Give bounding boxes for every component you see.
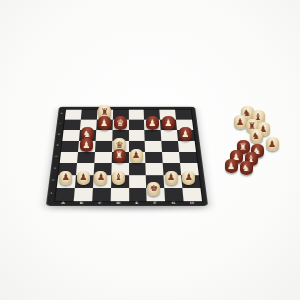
rank-label-1: 1 bbox=[47, 187, 56, 200]
square-b4[interactable] bbox=[77, 152, 95, 164]
square-f4[interactable] bbox=[145, 152, 163, 164]
file-label-d: D bbox=[109, 202, 127, 205]
rank-label-8: 8 bbox=[57, 109, 65, 119]
piece-black-pawn-g7[interactable]: ♟ bbox=[162, 116, 175, 130]
square-e1[interactable] bbox=[129, 188, 147, 201]
piece-white-pawn-h2[interactable]: ♟ bbox=[182, 171, 195, 185]
square-f6[interactable] bbox=[145, 130, 162, 141]
file-label-e: E bbox=[128, 202, 146, 205]
piece-black-pawn-h6[interactable]: ♟ bbox=[179, 127, 192, 141]
rank-label-7: 7 bbox=[56, 119, 64, 129]
square-c5[interactable] bbox=[95, 141, 112, 152]
square-c1[interactable] bbox=[92, 188, 111, 201]
square-a1[interactable] bbox=[55, 188, 75, 201]
file-label-h: H bbox=[183, 202, 202, 205]
rank-label-2: 2 bbox=[48, 175, 57, 188]
square-b8[interactable] bbox=[81, 110, 97, 120]
square-g5[interactable] bbox=[162, 141, 180, 152]
board-grid bbox=[54, 109, 203, 202]
piece-black-pawn-captured-5[interactable]: ♟ bbox=[225, 159, 238, 173]
square-e6[interactable] bbox=[128, 130, 145, 141]
piece-black-pawn-c7[interactable]: ♟ bbox=[98, 116, 111, 130]
square-h5[interactable] bbox=[178, 141, 196, 152]
piece-white-pawn-e4[interactable]: ♟ bbox=[130, 149, 143, 163]
square-c6[interactable] bbox=[95, 130, 112, 141]
file-label-c: C bbox=[91, 202, 110, 205]
piece-white-bishop-d2[interactable]: ♝ bbox=[112, 171, 125, 185]
piece-black-rook-d4[interactable]: ♜ bbox=[113, 149, 126, 163]
rank-label-6: 6 bbox=[55, 129, 63, 140]
square-a8[interactable] bbox=[65, 110, 82, 120]
square-c4[interactable] bbox=[94, 152, 112, 164]
file-label-g: G bbox=[164, 202, 183, 205]
piece-white-pawn-g2[interactable]: ♟ bbox=[165, 171, 178, 185]
square-g4[interactable] bbox=[162, 152, 180, 164]
square-e2[interactable] bbox=[129, 175, 147, 188]
square-e7[interactable] bbox=[128, 120, 144, 130]
piece-black-pawn-b5[interactable]: ♟ bbox=[80, 138, 93, 152]
square-h8[interactable] bbox=[175, 110, 192, 120]
piece-white-pawn-captured-3[interactable]: ♟ bbox=[234, 115, 247, 129]
square-a7[interactable] bbox=[64, 120, 81, 130]
file-label-b: B bbox=[72, 202, 91, 205]
square-f5[interactable] bbox=[145, 141, 162, 152]
chess-board: 87654321 ABCDEFGH bbox=[46, 107, 208, 206]
piece-black-knight-captured-6[interactable]: ♞ bbox=[240, 161, 253, 175]
chess-set-photo: 87654321 ABCDEFGH ♜♟♛♟♟♞♟♟♛♜♟♟♟♟♝♟♟♚ ♞♝♟… bbox=[0, 0, 300, 300]
piece-white-pawn-captured-7[interactable]: ♟ bbox=[266, 137, 279, 151]
file-label-f: F bbox=[146, 202, 165, 205]
file-label-a: A bbox=[54, 202, 73, 205]
piece-black-queen-d7[interactable]: ♛ bbox=[114, 116, 127, 130]
square-e8[interactable] bbox=[128, 110, 144, 120]
square-h1[interactable] bbox=[182, 188, 202, 201]
file-labels: ABCDEFGH bbox=[54, 201, 202, 206]
square-g1[interactable] bbox=[165, 188, 184, 201]
square-a5[interactable] bbox=[61, 141, 79, 152]
square-e3[interactable] bbox=[129, 163, 147, 175]
piece-white-pawn-b2[interactable]: ♟ bbox=[77, 171, 90, 185]
square-b1[interactable] bbox=[74, 188, 93, 201]
rank-label-5: 5 bbox=[53, 140, 61, 151]
square-g6[interactable] bbox=[161, 130, 178, 141]
piece-black-pawn-f7[interactable]: ♟ bbox=[146, 116, 159, 130]
square-d1[interactable] bbox=[110, 188, 128, 201]
piece-white-king-f1[interactable]: ♚ bbox=[147, 182, 160, 196]
square-h4[interactable] bbox=[179, 152, 197, 164]
piece-white-pawn-a2[interactable]: ♟ bbox=[59, 171, 72, 185]
square-f3[interactable] bbox=[146, 163, 164, 175]
piece-white-knight-captured-6[interactable]: ♞ bbox=[250, 129, 263, 143]
rank-label-4: 4 bbox=[52, 151, 61, 163]
piece-white-pawn-c2[interactable]: ♟ bbox=[94, 171, 107, 185]
square-a4[interactable] bbox=[60, 152, 78, 164]
rank-label-3: 3 bbox=[50, 163, 59, 175]
square-a6[interactable] bbox=[62, 130, 79, 141]
